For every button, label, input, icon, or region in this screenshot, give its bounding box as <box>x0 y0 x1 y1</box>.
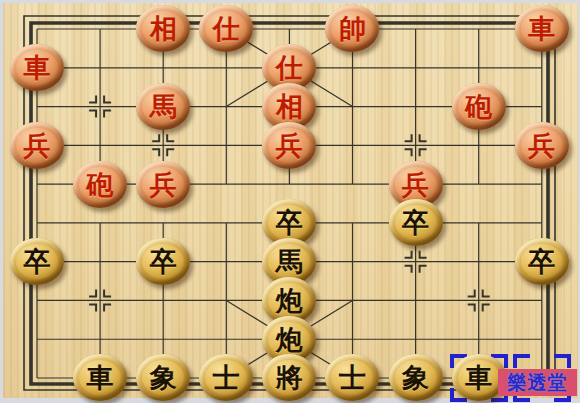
red-piece-兵[interactable]: 兵 <box>515 122 569 169</box>
red-piece-兵[interactable]: 兵 <box>136 161 190 208</box>
black-piece-車[interactable]: 車 <box>73 354 127 401</box>
black-piece-士[interactable]: 士 <box>325 354 379 401</box>
xiangqi-game-window: 相仕帥車車仕馬相砲兵兵兵砲兵兵卒卒卒卒馬卒炮炮車象士將士象車 樂透堂 <box>0 0 580 403</box>
red-piece-兵[interactable]: 兵 <box>262 122 316 169</box>
red-piece-車[interactable]: 車 <box>10 44 64 91</box>
red-piece-砲[interactable]: 砲 <box>73 161 127 208</box>
black-piece-卒[interactable]: 卒 <box>10 238 64 285</box>
black-piece-象[interactable]: 象 <box>136 354 190 401</box>
red-piece-仕[interactable]: 仕 <box>199 5 253 52</box>
red-piece-帥[interactable]: 帥 <box>325 5 379 52</box>
board-intersections[interactable]: 相仕帥車車仕馬相砲兵兵兵砲兵兵卒卒卒卒馬卒炮炮車象士將士象車 <box>5 10 573 398</box>
red-piece-兵[interactable]: 兵 <box>10 122 64 169</box>
bracket-corner-tl <box>513 354 530 368</box>
black-piece-卒[interactable]: 卒 <box>515 238 569 285</box>
bracket-corner-tr <box>554 354 571 368</box>
red-piece-馬[interactable]: 馬 <box>136 83 190 130</box>
black-piece-士[interactable]: 士 <box>199 354 253 401</box>
red-piece-車[interactable]: 車 <box>515 5 569 52</box>
black-piece-象[interactable]: 象 <box>389 354 443 401</box>
watermark-logo: 樂透堂 <box>498 369 577 396</box>
red-piece-砲[interactable]: 砲 <box>452 83 506 130</box>
black-piece-卒[interactable]: 卒 <box>389 199 443 246</box>
black-piece-將[interactable]: 將 <box>262 354 316 401</box>
black-piece-卒[interactable]: 卒 <box>136 238 190 285</box>
red-piece-相[interactable]: 相 <box>136 5 190 52</box>
